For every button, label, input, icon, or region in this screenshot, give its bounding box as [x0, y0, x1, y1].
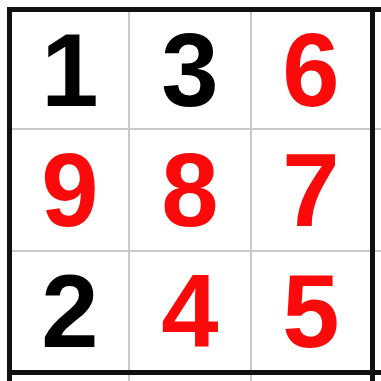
cell-r2c2[interactable]: 8 [130, 130, 250, 250]
box-divider-vertical [370, 7, 375, 381]
cell-r3c3[interactable]: 5 [252, 252, 370, 370]
cell-r1c3[interactable]: 6 [252, 12, 370, 128]
cell-r2c1[interactable]: 9 [12, 130, 128, 250]
box-divider-horizontal [7, 370, 381, 375]
cell-r3c1[interactable]: 2 [12, 252, 128, 370]
sudoku-board: 1 3 6 9 8 7 2 4 5 [7, 7, 381, 381]
sudoku-screenshot: 1 3 6 9 8 7 2 4 5 [0, 0, 381, 381]
cell-r2c3[interactable]: 7 [252, 130, 370, 250]
cell-r3c2[interactable]: 4 [130, 252, 250, 370]
cell-r1c1[interactable]: 1 [12, 12, 128, 128]
cell-r1c2[interactable]: 3 [130, 12, 250, 128]
